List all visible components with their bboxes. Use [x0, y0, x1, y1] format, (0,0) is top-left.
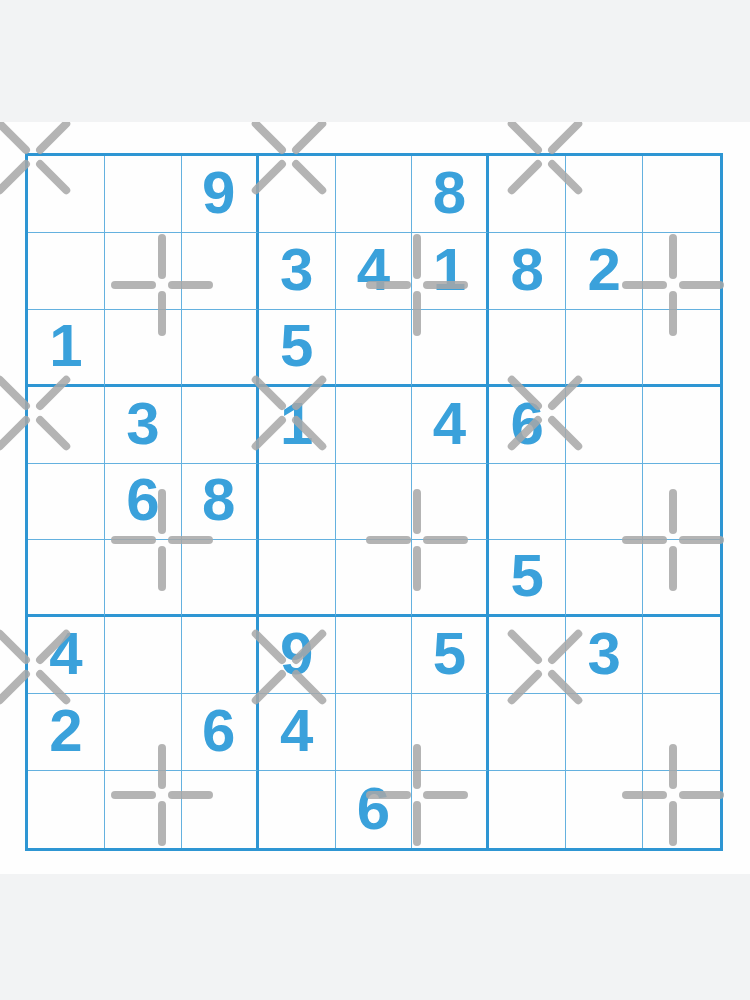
sudoku-cell-r6c6[interactable]	[412, 540, 489, 617]
sudoku-board: 983418215314668549532646	[25, 153, 723, 851]
sudoku-cell-r9c4[interactable]	[259, 771, 336, 848]
sudoku-cell-r6c3[interactable]	[182, 540, 259, 617]
sudoku-cell-r3c8[interactable]	[566, 310, 643, 387]
given-digit: 1	[49, 316, 82, 376]
sudoku-cell-r7c9[interactable]	[643, 617, 720, 694]
sudoku-cell-r3c5[interactable]	[336, 310, 413, 387]
sudoku-cell-r3c4[interactable]: 5	[259, 310, 336, 387]
sudoku-cell-r3c1[interactable]: 1	[28, 310, 105, 387]
sudoku-cell-r7c6[interactable]: 5	[412, 617, 489, 694]
sudoku-cell-r4c4[interactable]: 1	[259, 387, 336, 464]
given-digit: 4	[357, 240, 390, 300]
sudoku-cell-r4c7[interactable]: 6	[489, 387, 566, 464]
sudoku-cell-r4c1[interactable]	[28, 387, 105, 464]
sudoku-cell-r4c9[interactable]	[643, 387, 720, 464]
sudoku-cell-r6c9[interactable]	[643, 540, 720, 617]
given-digit: 3	[587, 624, 620, 684]
sudoku-cell-r8c4[interactable]: 4	[259, 694, 336, 771]
given-digit: 4	[280, 701, 313, 761]
sudoku-cell-r6c5[interactable]	[336, 540, 413, 617]
sudoku-cell-r1c6[interactable]: 8	[412, 156, 489, 233]
given-digit: 8	[511, 240, 544, 300]
sudoku-cell-r8c8[interactable]	[566, 694, 643, 771]
given-digit: 8	[202, 470, 235, 530]
sudoku-cell-r1c8[interactable]	[566, 156, 643, 233]
given-digit: 1	[433, 240, 466, 300]
sudoku-cell-r8c2[interactable]	[105, 694, 182, 771]
given-digit: 8	[433, 163, 466, 223]
given-digit: 3	[126, 394, 159, 454]
given-digit: 4	[49, 624, 82, 684]
sudoku-cell-r8c7[interactable]	[489, 694, 566, 771]
sudoku-cell-r5c9[interactable]	[643, 464, 720, 541]
sudoku-cell-r7c1[interactable]: 4	[28, 617, 105, 694]
sudoku-cell-r4c6[interactable]: 4	[412, 387, 489, 464]
sudoku-cell-r1c2[interactable]	[105, 156, 182, 233]
sudoku-cell-r9c8[interactable]	[566, 771, 643, 848]
sudoku-cell-r8c5[interactable]	[336, 694, 413, 771]
given-digit: 2	[49, 701, 82, 761]
sudoku-cell-r8c3[interactable]: 6	[182, 694, 259, 771]
sudoku-cell-r2c7[interactable]: 8	[489, 233, 566, 310]
sudoku-cell-r8c9[interactable]	[643, 694, 720, 771]
given-digit: 6	[202, 701, 235, 761]
given-digit: 2	[587, 240, 620, 300]
sudoku-cell-r1c7[interactable]	[489, 156, 566, 233]
given-digit: 5	[511, 546, 544, 606]
sudoku-cell-r3c3[interactable]	[182, 310, 259, 387]
sudoku-cell-r2c5[interactable]: 4	[336, 233, 413, 310]
sudoku-cell-r6c1[interactable]	[28, 540, 105, 617]
sudoku-cell-r1c1[interactable]	[28, 156, 105, 233]
sudoku-cell-r9c1[interactable]	[28, 771, 105, 848]
sudoku-cell-r2c8[interactable]: 2	[566, 233, 643, 310]
sudoku-cell-r7c2[interactable]	[105, 617, 182, 694]
sudoku-cell-r9c2[interactable]	[105, 771, 182, 848]
sudoku-cell-r7c7[interactable]	[489, 617, 566, 694]
sudoku-cell-r5c4[interactable]	[259, 464, 336, 541]
sudoku-cell-r7c8[interactable]: 3	[566, 617, 643, 694]
sudoku-cell-r5c5[interactable]	[336, 464, 413, 541]
sudoku-cell-r5c7[interactable]	[489, 464, 566, 541]
sudoku-cell-r5c6[interactable]	[412, 464, 489, 541]
sudoku-cell-r9c6[interactable]	[412, 771, 489, 848]
given-digit: 4	[433, 394, 466, 454]
sudoku-cell-r5c1[interactable]	[28, 464, 105, 541]
sudoku-cell-r1c3[interactable]: 9	[182, 156, 259, 233]
sudoku-cell-r8c6[interactable]	[412, 694, 489, 771]
given-digit: 5	[433, 624, 466, 684]
sudoku-cell-r9c5[interactable]: 6	[336, 771, 413, 848]
sudoku-cell-r5c2[interactable]: 6	[105, 464, 182, 541]
sudoku-cell-r1c4[interactable]	[259, 156, 336, 233]
sudoku-cell-r6c7[interactable]: 5	[489, 540, 566, 617]
sudoku-artwork: 983418215314668549532646	[0, 122, 750, 874]
sudoku-cell-r9c3[interactable]	[182, 771, 259, 848]
sudoku-cell-r5c3[interactable]: 8	[182, 464, 259, 541]
sudoku-cell-r7c5[interactable]	[336, 617, 413, 694]
given-digit: 6	[126, 470, 159, 530]
given-digit: 5	[280, 316, 313, 376]
given-digit: 3	[280, 240, 313, 300]
sudoku-cell-r2c2[interactable]	[105, 233, 182, 310]
sudoku-cell-r4c5[interactable]	[336, 387, 413, 464]
given-digit: 9	[202, 163, 235, 223]
sudoku-cell-r1c9[interactable]	[643, 156, 720, 233]
sudoku-cell-r1c5[interactable]	[336, 156, 413, 233]
given-digit: 6	[357, 779, 390, 839]
sudoku-cell-r6c2[interactable]	[105, 540, 182, 617]
sudoku-cell-r2c3[interactable]	[182, 233, 259, 310]
sudoku-cell-r3c2[interactable]	[105, 310, 182, 387]
sudoku-cell-r4c8[interactable]	[566, 387, 643, 464]
sudoku-cell-r2c9[interactable]	[643, 233, 720, 310]
sudoku-cell-r2c6[interactable]: 1	[412, 233, 489, 310]
given-digit: 6	[511, 394, 544, 454]
sudoku-cell-r2c1[interactable]	[28, 233, 105, 310]
sudoku-cell-r6c4[interactable]	[259, 540, 336, 617]
sudoku-cell-r6c8[interactable]	[566, 540, 643, 617]
sudoku-cell-r8c1[interactable]: 2	[28, 694, 105, 771]
sudoku-cell-r4c2[interactable]: 3	[105, 387, 182, 464]
sudoku-cell-r7c3[interactable]	[182, 617, 259, 694]
given-digit: 1	[280, 394, 313, 454]
given-digit: 9	[280, 624, 313, 684]
product-canvas: { "game": { "name": "sudoku", "rows": 9,…	[0, 0, 750, 1000]
sudoku-cell-r7c4[interactable]: 9	[259, 617, 336, 694]
sudoku-cell-r9c9[interactable]	[643, 771, 720, 848]
sudoku-cell-r3c7[interactable]	[489, 310, 566, 387]
sudoku-cell-grid: 983418215314668549532646	[28, 156, 720, 848]
sudoku-cell-r4c3[interactable]	[182, 387, 259, 464]
sudoku-cell-r2c4[interactable]: 3	[259, 233, 336, 310]
sudoku-cell-r3c9[interactable]	[643, 310, 720, 387]
sudoku-cell-r3c6[interactable]	[412, 310, 489, 387]
sudoku-cell-r9c7[interactable]	[489, 771, 566, 848]
sudoku-cell-r5c8[interactable]	[566, 464, 643, 541]
